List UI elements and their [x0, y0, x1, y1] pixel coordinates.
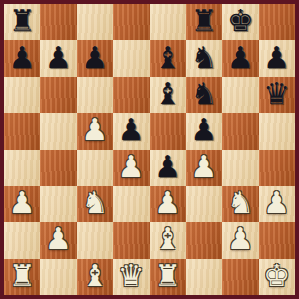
square-f4[interactable]: ♟ — [186, 150, 222, 186]
square-e1[interactable]: ♜ — [150, 259, 186, 295]
piece-black-pawn[interactable]: ♟ — [45, 43, 72, 73]
piece-white-rook[interactable]: ♜ — [9, 261, 36, 291]
chess-board-squares: ♜♜♚♟♟♟♝♞♟♟♝♞♛♟♟♟♟♟♟♟♞♟♞♟♟♝♟♜♝♛♜♚ — [4, 4, 295, 295]
square-h1[interactable]: ♚ — [259, 259, 295, 295]
square-e4[interactable]: ♟ — [150, 150, 186, 186]
square-f1[interactable] — [186, 259, 222, 295]
square-b6[interactable] — [40, 77, 76, 113]
square-h7[interactable]: ♟ — [259, 40, 295, 76]
piece-black-bishop[interactable]: ♝ — [154, 43, 181, 73]
square-f5[interactable]: ♟ — [186, 113, 222, 149]
square-b1[interactable] — [40, 259, 76, 295]
piece-white-pawn[interactable]: ♟ — [9, 188, 36, 218]
chess-board: ♜♜♚♟♟♟♝♞♟♟♝♞♛♟♟♟♟♟♟♟♞♟♞♟♟♝♟♜♝♛♜♚ — [0, 0, 299, 299]
piece-black-king[interactable]: ♚ — [227, 6, 254, 36]
piece-white-pawn[interactable]: ♟ — [154, 188, 181, 218]
piece-black-pawn[interactable]: ♟ — [118, 115, 145, 145]
square-e2[interactable]: ♝ — [150, 222, 186, 258]
square-f8[interactable]: ♜ — [186, 4, 222, 40]
square-c1[interactable]: ♝ — [77, 259, 113, 295]
piece-white-bishop[interactable]: ♝ — [81, 261, 108, 291]
square-f3[interactable] — [186, 186, 222, 222]
square-g1[interactable] — [222, 259, 258, 295]
piece-white-pawn[interactable]: ♟ — [191, 152, 218, 182]
square-c4[interactable] — [77, 150, 113, 186]
square-c3[interactable]: ♞ — [77, 186, 113, 222]
piece-black-knight[interactable]: ♞ — [191, 79, 218, 109]
square-a3[interactable]: ♟ — [4, 186, 40, 222]
piece-black-rook[interactable]: ♜ — [9, 6, 36, 36]
square-a7[interactable]: ♟ — [4, 40, 40, 76]
square-e3[interactable]: ♟ — [150, 186, 186, 222]
square-b7[interactable]: ♟ — [40, 40, 76, 76]
square-a5[interactable] — [4, 113, 40, 149]
piece-white-bishop[interactable]: ♝ — [154, 224, 181, 254]
square-a6[interactable] — [4, 77, 40, 113]
piece-white-rook[interactable]: ♜ — [154, 261, 181, 291]
piece-white-king[interactable]: ♚ — [263, 261, 290, 291]
piece-white-pawn[interactable]: ♟ — [227, 224, 254, 254]
square-g4[interactable] — [222, 150, 258, 186]
square-g2[interactable]: ♟ — [222, 222, 258, 258]
square-d8[interactable] — [113, 4, 149, 40]
square-a8[interactable]: ♜ — [4, 4, 40, 40]
square-b5[interactable] — [40, 113, 76, 149]
square-a4[interactable] — [4, 150, 40, 186]
square-d7[interactable] — [113, 40, 149, 76]
square-h3[interactable]: ♟ — [259, 186, 295, 222]
square-b8[interactable] — [40, 4, 76, 40]
square-c5[interactable]: ♟ — [77, 113, 113, 149]
square-a1[interactable]: ♜ — [4, 259, 40, 295]
piece-white-knight[interactable]: ♞ — [81, 188, 108, 218]
square-h6[interactable]: ♛ — [259, 77, 295, 113]
square-c7[interactable]: ♟ — [77, 40, 113, 76]
square-f6[interactable]: ♞ — [186, 77, 222, 113]
piece-black-rook[interactable]: ♜ — [191, 6, 218, 36]
square-h2[interactable] — [259, 222, 295, 258]
square-e8[interactable] — [150, 4, 186, 40]
piece-black-knight[interactable]: ♞ — [191, 43, 218, 73]
square-d3[interactable] — [113, 186, 149, 222]
square-f7[interactable]: ♞ — [186, 40, 222, 76]
square-g3[interactable]: ♞ — [222, 186, 258, 222]
square-a2[interactable] — [4, 222, 40, 258]
square-e6[interactable]: ♝ — [150, 77, 186, 113]
square-f2[interactable] — [186, 222, 222, 258]
square-g7[interactable]: ♟ — [222, 40, 258, 76]
square-c6[interactable] — [77, 77, 113, 113]
square-c2[interactable] — [77, 222, 113, 258]
piece-white-pawn[interactable]: ♟ — [263, 188, 290, 218]
square-h4[interactable] — [259, 150, 295, 186]
square-b2[interactable]: ♟ — [40, 222, 76, 258]
square-d6[interactable] — [113, 77, 149, 113]
piece-white-knight[interactable]: ♞ — [227, 188, 254, 218]
square-d4[interactable]: ♟ — [113, 150, 149, 186]
square-b4[interactable] — [40, 150, 76, 186]
square-h5[interactable] — [259, 113, 295, 149]
square-d1[interactable]: ♛ — [113, 259, 149, 295]
piece-black-pawn[interactable]: ♟ — [154, 152, 181, 182]
piece-black-pawn[interactable]: ♟ — [9, 43, 36, 73]
square-b3[interactable] — [40, 186, 76, 222]
piece-white-queen[interactable]: ♛ — [118, 261, 145, 291]
piece-white-pawn[interactable]: ♟ — [81, 115, 108, 145]
piece-white-pawn[interactable]: ♟ — [45, 224, 72, 254]
square-c8[interactable] — [77, 4, 113, 40]
piece-black-queen[interactable]: ♛ — [263, 79, 290, 109]
piece-white-pawn[interactable]: ♟ — [118, 152, 145, 182]
square-h8[interactable] — [259, 4, 295, 40]
piece-black-pawn[interactable]: ♟ — [81, 43, 108, 73]
piece-black-pawn[interactable]: ♟ — [227, 43, 254, 73]
square-g5[interactable] — [222, 113, 258, 149]
piece-black-pawn[interactable]: ♟ — [191, 115, 218, 145]
square-g8[interactable]: ♚ — [222, 4, 258, 40]
square-d2[interactable] — [113, 222, 149, 258]
square-e5[interactable] — [150, 113, 186, 149]
square-e7[interactable]: ♝ — [150, 40, 186, 76]
piece-black-bishop[interactable]: ♝ — [154, 79, 181, 109]
square-d5[interactable]: ♟ — [113, 113, 149, 149]
piece-black-pawn[interactable]: ♟ — [263, 43, 290, 73]
square-g6[interactable] — [222, 77, 258, 113]
